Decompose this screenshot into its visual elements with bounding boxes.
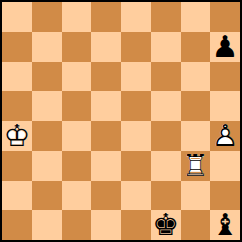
square-e6[interactable] [121, 62, 151, 92]
square-a5[interactable] [2, 91, 32, 121]
square-f8[interactable] [151, 2, 181, 32]
chess-board: ♟♚♔♟♙♜♖♚♝ [2, 2, 240, 240]
square-c4[interactable] [62, 121, 92, 151]
square-f3[interactable] [151, 151, 181, 181]
square-g4[interactable] [181, 121, 211, 151]
square-g5[interactable] [181, 91, 211, 121]
square-b8[interactable] [32, 2, 62, 32]
square-c3[interactable] [62, 151, 92, 181]
square-b6[interactable] [32, 62, 62, 92]
square-d6[interactable] [91, 62, 121, 92]
square-d3[interactable] [91, 151, 121, 181]
white-king-icon: ♔ [2, 121, 32, 151]
square-d5[interactable] [91, 91, 121, 121]
square-e4[interactable] [121, 121, 151, 151]
square-e1[interactable] [121, 210, 151, 240]
square-b5[interactable] [32, 91, 62, 121]
black-bishop-icon: ♝ [210, 210, 240, 240]
square-h5[interactable] [210, 91, 240, 121]
white-king[interactable]: ♚♔ [2, 121, 32, 151]
square-a7[interactable] [2, 32, 32, 62]
square-h4[interactable]: ♟♙ [210, 121, 240, 151]
square-b7[interactable] [32, 32, 62, 62]
square-f1[interactable]: ♚ [151, 210, 181, 240]
square-f6[interactable] [151, 62, 181, 92]
square-d4[interactable] [91, 121, 121, 151]
square-c7[interactable] [62, 32, 92, 62]
square-c8[interactable] [62, 2, 92, 32]
square-f7[interactable] [151, 32, 181, 62]
square-d2[interactable] [91, 181, 121, 211]
square-g7[interactable] [181, 32, 211, 62]
square-b3[interactable] [32, 151, 62, 181]
square-e7[interactable] [121, 32, 151, 62]
square-e8[interactable] [121, 2, 151, 32]
square-a3[interactable] [2, 151, 32, 181]
square-b4[interactable] [32, 121, 62, 151]
black-king-icon: ♚ [151, 210, 181, 240]
square-f4[interactable] [151, 121, 181, 151]
square-g2[interactable] [181, 181, 211, 211]
square-a2[interactable] [2, 181, 32, 211]
square-b2[interactable] [32, 181, 62, 211]
square-c5[interactable] [62, 91, 92, 121]
square-a6[interactable] [2, 62, 32, 92]
square-c6[interactable] [62, 62, 92, 92]
square-g8[interactable] [181, 2, 211, 32]
black-pawn-icon: ♟ [210, 32, 240, 62]
square-h1[interactable]: ♝ [210, 210, 240, 240]
white-rook[interactable]: ♜♖ [181, 151, 211, 181]
square-f2[interactable] [151, 181, 181, 211]
square-a4[interactable]: ♚♔ [2, 121, 32, 151]
square-g6[interactable] [181, 62, 211, 92]
board-frame: ♟♚♔♟♙♜♖♚♝ [0, 0, 242, 242]
black-king[interactable]: ♚ [151, 210, 181, 240]
square-b1[interactable] [32, 210, 62, 240]
white-rook-icon: ♖ [181, 151, 211, 181]
square-e3[interactable] [121, 151, 151, 181]
square-h6[interactable] [210, 62, 240, 92]
square-a1[interactable] [2, 210, 32, 240]
square-c2[interactable] [62, 181, 92, 211]
square-h3[interactable] [210, 151, 240, 181]
square-d7[interactable] [91, 32, 121, 62]
square-h7[interactable]: ♟ [210, 32, 240, 62]
square-d8[interactable] [91, 2, 121, 32]
square-a8[interactable] [2, 2, 32, 32]
square-c1[interactable] [62, 210, 92, 240]
square-d1[interactable] [91, 210, 121, 240]
square-g3[interactable]: ♜♖ [181, 151, 211, 181]
black-bishop[interactable]: ♝ [210, 210, 240, 240]
square-e5[interactable] [121, 91, 151, 121]
black-pawn[interactable]: ♟ [210, 32, 240, 62]
square-f5[interactable] [151, 91, 181, 121]
white-pawn-icon: ♙ [210, 121, 240, 151]
square-g1[interactable] [181, 210, 211, 240]
square-h2[interactable] [210, 181, 240, 211]
square-h8[interactable] [210, 2, 240, 32]
white-pawn[interactable]: ♟♙ [210, 121, 240, 151]
square-e2[interactable] [121, 181, 151, 211]
